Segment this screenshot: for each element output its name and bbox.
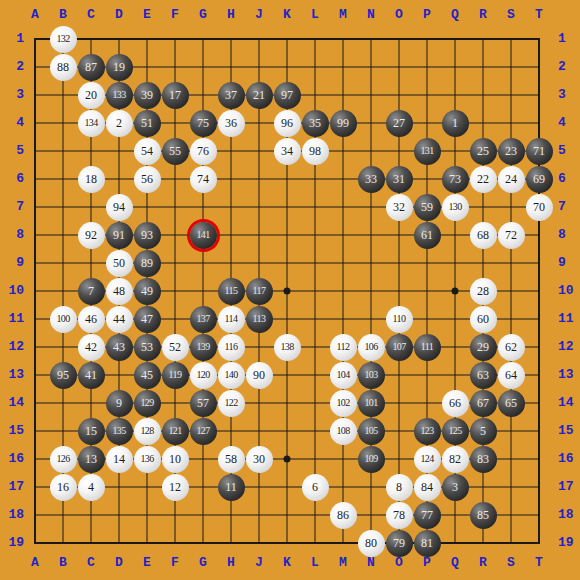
stone-G11-move-137[interactable]: 137 (190, 306, 217, 333)
stone-Q16-move-82[interactable]: 82 (442, 446, 469, 473)
stone-D8-move-91[interactable]: 91 (106, 222, 133, 249)
stone-N19-move-80[interactable]: 80 (358, 530, 385, 557)
stone-O4-move-27[interactable]: 27 (386, 110, 413, 137)
stone-C6-move-18[interactable]: 18 (78, 166, 105, 193)
col-label-bottom-K: K (273, 555, 301, 570)
row-label-right-18: 18 (558, 501, 580, 529)
stone-R6-move-22[interactable]: 22 (470, 166, 497, 193)
col-label-bottom-C: C (77, 555, 105, 570)
row-label-right-2: 2 (558, 53, 580, 81)
stone-C15-move-15[interactable]: 15 (78, 418, 105, 445)
stone-J11-move-113[interactable]: 113 (246, 306, 273, 333)
stone-M12-move-112[interactable]: 112 (330, 334, 357, 361)
stone-M4-move-99[interactable]: 99 (330, 110, 357, 137)
stone-G4-move-75[interactable]: 75 (190, 110, 217, 137)
stone-P12-move-111[interactable]: 111 (414, 334, 441, 361)
col-label-top-D: D (105, 7, 133, 22)
row-label-right-5: 5 (558, 137, 580, 165)
stone-C16-move-13[interactable]: 13 (78, 446, 105, 473)
stone-R11-move-60[interactable]: 60 (470, 306, 497, 333)
stone-N12-move-106[interactable]: 106 (358, 334, 385, 361)
stone-G8-move-141[interactable]: 141 (190, 222, 217, 249)
stone-O7-move-32[interactable]: 32 (386, 194, 413, 221)
stone-G12-move-139[interactable]: 139 (190, 334, 217, 361)
stone-C8-move-92[interactable]: 92 (78, 222, 105, 249)
stone-O18-move-78[interactable]: 78 (386, 502, 413, 529)
stone-E15-move-128[interactable]: 128 (134, 418, 161, 445)
col-label-top-H: H (217, 7, 245, 22)
stone-E11-move-47[interactable]: 47 (134, 306, 161, 333)
row-label-right-1: 1 (558, 25, 580, 53)
stone-M13-move-104[interactable]: 104 (330, 362, 357, 389)
col-label-top-M: M (329, 7, 357, 22)
stone-E4-move-51[interactable]: 51 (134, 110, 161, 137)
stone-M14-move-102[interactable]: 102 (330, 390, 357, 417)
stone-G15-move-127[interactable]: 127 (190, 418, 217, 445)
stone-H13-move-140[interactable]: 140 (218, 362, 245, 389)
stone-S5-move-23[interactable]: 23 (498, 138, 525, 165)
col-label-bottom-O: O (385, 555, 413, 570)
stone-N16-move-109[interactable]: 109 (358, 446, 385, 473)
col-label-bottom-A: A (21, 555, 49, 570)
stone-N6-move-33[interactable]: 33 (358, 166, 385, 193)
stone-D2-move-19[interactable]: 19 (106, 54, 133, 81)
stone-O19-move-79[interactable]: 79 (386, 530, 413, 557)
stone-B13-move-95[interactable]: 95 (50, 362, 77, 389)
col-label-top-S: S (497, 7, 525, 22)
stone-T7-move-70[interactable]: 70 (526, 194, 553, 221)
stone-E6-move-56[interactable]: 56 (134, 166, 161, 193)
col-label-bottom-T: T (525, 555, 553, 570)
stone-F13-move-119[interactable]: 119 (162, 362, 189, 389)
stone-D3-move-133[interactable]: 133 (106, 82, 133, 109)
stone-R8-move-68[interactable]: 68 (470, 222, 497, 249)
stone-E14-move-129[interactable]: 129 (134, 390, 161, 417)
stone-E16-move-136[interactable]: 136 (134, 446, 161, 473)
stone-P17-move-84[interactable]: 84 (414, 474, 441, 501)
row-label-right-14: 14 (558, 389, 580, 417)
stone-D12-move-43[interactable]: 43 (106, 334, 133, 361)
col-label-top-F: F (161, 7, 189, 22)
stone-H14-move-122[interactable]: 122 (218, 390, 245, 417)
row-label-right-12: 12 (558, 333, 580, 361)
col-label-top-N: N (357, 7, 385, 22)
col-label-bottom-M: M (329, 555, 357, 570)
stone-G5-move-76[interactable]: 76 (190, 138, 217, 165)
col-label-top-P: P (413, 7, 441, 22)
stone-R13-move-63[interactable]: 63 (470, 362, 497, 389)
col-label-top-J: J (245, 7, 273, 22)
stone-Q4-move-1[interactable]: 1 (442, 110, 469, 137)
stone-S6-move-24[interactable]: 24 (498, 166, 525, 193)
stone-T5-move-71[interactable]: 71 (526, 138, 553, 165)
stone-D4-move-2[interactable]: 2 (106, 110, 133, 137)
stone-P7-move-59[interactable]: 59 (414, 194, 441, 221)
stone-B1-move-132[interactable]: 132 (50, 26, 77, 53)
stone-D11-move-44[interactable]: 44 (106, 306, 133, 333)
col-label-top-L: L (301, 7, 329, 22)
stone-D15-move-135[interactable]: 135 (106, 418, 133, 445)
stone-C3-move-20[interactable]: 20 (78, 82, 105, 109)
col-label-top-B: B (49, 7, 77, 22)
stone-J13-move-90[interactable]: 90 (246, 362, 273, 389)
col-label-bottom-R: R (469, 555, 497, 570)
col-label-top-T: T (525, 7, 553, 22)
col-label-top-O: O (385, 7, 413, 22)
row-label-right-13: 13 (558, 361, 580, 389)
col-label-top-R: R (469, 7, 497, 22)
stone-B17-move-16[interactable]: 16 (50, 474, 77, 501)
col-label-top-G: G (189, 7, 217, 22)
row-label-right-15: 15 (558, 417, 580, 445)
col-label-bottom-J: J (245, 555, 273, 570)
stone-E9-move-89[interactable]: 89 (134, 250, 161, 277)
stone-S13-move-64[interactable]: 64 (498, 362, 525, 389)
row-label-right-11: 11 (558, 305, 580, 333)
stone-D9-move-50[interactable]: 50 (106, 250, 133, 277)
stone-S12-move-62[interactable]: 62 (498, 334, 525, 361)
col-label-bottom-N: N (357, 555, 385, 570)
stone-Q6-move-73[interactable]: 73 (442, 166, 469, 193)
stone-E5-move-54[interactable]: 54 (134, 138, 161, 165)
stone-H16-move-58[interactable]: 58 (218, 446, 245, 473)
stone-K12-move-138[interactable]: 138 (274, 334, 301, 361)
col-label-bottom-Q: Q (441, 555, 469, 570)
row-label-right-16: 16 (558, 445, 580, 473)
stone-B11-move-100[interactable]: 100 (50, 306, 77, 333)
stone-H10-move-115[interactable]: 115 (218, 278, 245, 305)
stone-Q17-move-3[interactable]: 3 (442, 474, 469, 501)
stone-C11-move-46[interactable]: 46 (78, 306, 105, 333)
stone-F15-move-121[interactable]: 121 (162, 418, 189, 445)
stone-E12-move-53[interactable]: 53 (134, 334, 161, 361)
row-label-right-4: 4 (558, 109, 580, 137)
stone-C10-move-7[interactable]: 7 (78, 278, 105, 305)
stone-K3-move-97[interactable]: 97 (274, 82, 301, 109)
col-label-top-A: A (21, 7, 49, 22)
col-label-top-K: K (273, 7, 301, 22)
stone-J3-move-21[interactable]: 21 (246, 82, 273, 109)
stone-F12-move-52[interactable]: 52 (162, 334, 189, 361)
stone-D16-move-14[interactable]: 14 (106, 446, 133, 473)
col-label-top-E: E (133, 7, 161, 22)
stone-H11-move-114[interactable]: 114 (218, 306, 245, 333)
col-label-bottom-E: E (133, 555, 161, 570)
stone-E13-move-45[interactable]: 45 (134, 362, 161, 389)
stone-P16-move-124[interactable]: 124 (414, 446, 441, 473)
col-label-top-C: C (77, 7, 105, 22)
stone-R15-move-5[interactable]: 5 (470, 418, 497, 445)
row-label-right-8: 8 (558, 221, 580, 249)
col-label-bottom-P: P (413, 555, 441, 570)
stone-O17-move-8[interactable]: 8 (386, 474, 413, 501)
stone-L5-move-98[interactable]: 98 (302, 138, 329, 165)
stone-M18-move-86[interactable]: 86 (330, 502, 357, 529)
stone-E3-move-39[interactable]: 39 (134, 82, 161, 109)
stone-O12-move-107[interactable]: 107 (386, 334, 413, 361)
stone-Q7-move-130[interactable]: 130 (442, 194, 469, 221)
stone-C12-move-42[interactable]: 42 (78, 334, 105, 361)
stone-E10-move-49[interactable]: 49 (134, 278, 161, 305)
stone-J10-move-117[interactable]: 117 (246, 278, 273, 305)
stone-P18-move-77[interactable]: 77 (414, 502, 441, 529)
stone-D10-move-48[interactable]: 48 (106, 278, 133, 305)
col-label-bottom-F: F (161, 555, 189, 570)
stone-H3-move-37[interactable]: 37 (218, 82, 245, 109)
stone-K5-move-34[interactable]: 34 (274, 138, 301, 165)
stone-F17-move-12[interactable]: 12 (162, 474, 189, 501)
col-label-bottom-H: H (217, 555, 245, 570)
row-label-right-6: 6 (558, 165, 580, 193)
col-label-bottom-S: S (497, 555, 525, 570)
stone-O11-move-110[interactable]: 110 (386, 306, 413, 333)
col-label-bottom-B: B (49, 555, 77, 570)
stone-G6-move-74[interactable]: 74 (190, 166, 217, 193)
stone-G14-move-57[interactable]: 57 (190, 390, 217, 417)
stone-L17-move-6[interactable]: 6 (302, 474, 329, 501)
stone-L4-move-35[interactable]: 35 (302, 110, 329, 137)
stone-C17-move-4[interactable]: 4 (78, 474, 105, 501)
stone-R14-move-67[interactable]: 67 (470, 390, 497, 417)
row-label-right-17: 17 (558, 473, 580, 501)
stone-B16-move-126[interactable]: 126 (50, 446, 77, 473)
stone-H12-move-116[interactable]: 116 (218, 334, 245, 361)
stone-G13-move-120[interactable]: 120 (190, 362, 217, 389)
stone-P19-move-81[interactable]: 81 (414, 530, 441, 557)
stone-F16-move-10[interactable]: 10 (162, 446, 189, 473)
stone-R5-move-25[interactable]: 25 (470, 138, 497, 165)
col-label-bottom-G: G (189, 555, 217, 570)
row-label-right-10: 10 (558, 277, 580, 305)
stone-C2-move-87[interactable]: 87 (78, 54, 105, 81)
stone-F5-move-55[interactable]: 55 (162, 138, 189, 165)
stone-S8-move-72[interactable]: 72 (498, 222, 525, 249)
col-label-bottom-D: D (105, 555, 133, 570)
row-label-right-19: 19 (558, 529, 580, 557)
col-label-top-Q: Q (441, 7, 469, 22)
go-board[interactable]: 1234567891011121314151617181920212223242… (0, 0, 580, 580)
stone-R10-move-28[interactable]: 28 (470, 278, 497, 305)
row-label-right-9: 9 (558, 249, 580, 277)
stone-B2-move-88[interactable]: 88 (50, 54, 77, 81)
stone-N15-move-105[interactable]: 105 (358, 418, 385, 445)
stones-layer[interactable]: 1234567891011121314151617181920212223242… (21, 25, 553, 557)
stone-R18-move-85[interactable]: 85 (470, 502, 497, 529)
stone-P15-move-123[interactable]: 123 (414, 418, 441, 445)
stone-D7-move-94[interactable]: 94 (106, 194, 133, 221)
row-label-right-3: 3 (558, 81, 580, 109)
stone-P8-move-61[interactable]: 61 (414, 222, 441, 249)
stone-O6-move-31[interactable]: 31 (386, 166, 413, 193)
stone-R16-move-83[interactable]: 83 (470, 446, 497, 473)
stone-J16-move-30[interactable]: 30 (246, 446, 273, 473)
stone-R12-move-29[interactable]: 29 (470, 334, 497, 361)
stone-M15-move-108[interactable]: 108 (330, 418, 357, 445)
stone-D14-move-9[interactable]: 9 (106, 390, 133, 417)
stone-T6-move-69[interactable]: 69 (526, 166, 553, 193)
stone-C4-move-134[interactable]: 134 (78, 110, 105, 137)
stone-E8-move-93[interactable]: 93 (134, 222, 161, 249)
stone-P5-move-131[interactable]: 131 (414, 138, 441, 165)
stone-N14-move-101[interactable]: 101 (358, 390, 385, 417)
stone-F3-move-17[interactable]: 17 (162, 82, 189, 109)
stone-N13-move-103[interactable]: 103 (358, 362, 385, 389)
col-label-bottom-L: L (301, 555, 329, 570)
stone-S14-move-65[interactable]: 65 (498, 390, 525, 417)
stone-H17-move-11[interactable]: 11 (218, 474, 245, 501)
stone-H4-move-36[interactable]: 36 (218, 110, 245, 137)
stone-Q15-move-125[interactable]: 125 (442, 418, 469, 445)
stone-Q14-move-66[interactable]: 66 (442, 390, 469, 417)
stone-C13-move-41[interactable]: 41 (78, 362, 105, 389)
stone-K4-move-96[interactable]: 96 (274, 110, 301, 137)
row-label-right-7: 7 (558, 193, 580, 221)
